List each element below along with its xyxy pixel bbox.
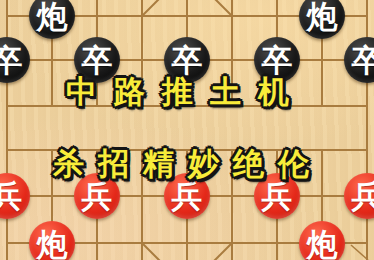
xiangqi-board: 炮炮卒卒卒卒卒兵兵兵兵炮兵炮 中路推土机 杀招精妙绝伦 [0,0,374,260]
caption-killer-moves-exquisite: 杀招精妙绝伦 [53,148,323,179]
red-cannon-piece[interactable]: 炮 [29,221,75,260]
red-cannon-piece[interactable]: 炮 [299,221,345,260]
caption-middle-road-bulldozer: 中路推土机 [66,76,306,107]
